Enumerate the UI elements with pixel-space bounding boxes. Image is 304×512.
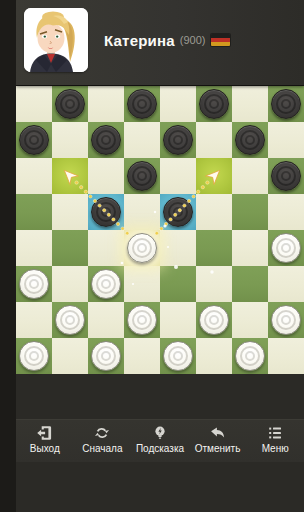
square-f6[interactable] <box>196 158 232 194</box>
square-a1[interactable] <box>16 338 52 374</box>
square-h3[interactable] <box>268 266 304 302</box>
white-checker[interactable] <box>19 269 49 299</box>
square-h8[interactable] <box>268 86 304 122</box>
player-rating: (900) <box>180 34 206 46</box>
black-checker[interactable] <box>199 89 229 119</box>
restart-label: Сначала <box>82 444 122 454</box>
black-checker[interactable] <box>55 89 85 119</box>
black-checker[interactable] <box>127 89 157 119</box>
square-b8[interactable] <box>52 86 88 122</box>
square-c3[interactable] <box>88 266 124 302</box>
undo-arrow-icon <box>209 425 226 441</box>
square-b5[interactable] <box>52 194 88 230</box>
undo-label: Отменить <box>195 444 241 454</box>
square-g3[interactable] <box>232 266 268 302</box>
square-b6[interactable] <box>52 158 88 194</box>
square-e6[interactable] <box>160 158 196 194</box>
hint-button[interactable]: Подсказка <box>131 420 189 462</box>
opponent-portrait <box>24 8 88 72</box>
black-checker[interactable] <box>163 197 193 227</box>
square-b4[interactable] <box>52 230 88 266</box>
square-f5[interactable] <box>196 194 232 230</box>
white-checker[interactable] <box>127 233 157 263</box>
square-a3[interactable] <box>16 266 52 302</box>
square-a6[interactable] <box>16 158 52 194</box>
square-e4[interactable] <box>160 230 196 266</box>
bottom-background <box>16 462 304 512</box>
restart-button[interactable]: Сначала <box>74 420 132 462</box>
black-checker[interactable] <box>271 161 301 191</box>
square-e8[interactable] <box>160 86 196 122</box>
square-f2[interactable] <box>196 302 232 338</box>
square-d8[interactable] <box>124 86 160 122</box>
exit-button[interactable]: Выход <box>16 420 74 462</box>
square-h6[interactable] <box>268 158 304 194</box>
white-checker[interactable] <box>271 305 301 335</box>
white-checker[interactable] <box>235 341 265 371</box>
square-c5[interactable] <box>88 194 124 230</box>
square-e7[interactable] <box>160 122 196 158</box>
square-a5[interactable] <box>16 194 52 230</box>
square-g6[interactable] <box>232 158 268 194</box>
square-a2[interactable] <box>16 302 52 338</box>
square-g2[interactable] <box>232 302 268 338</box>
square-f7[interactable] <box>196 122 232 158</box>
menu-label: Меню <box>262 444 289 454</box>
opponent-bar: Катерина (900) <box>16 0 304 85</box>
square-a4[interactable] <box>16 230 52 266</box>
square-h1[interactable] <box>268 338 304 374</box>
white-checker[interactable] <box>55 305 85 335</box>
exit-door-icon <box>36 425 53 441</box>
black-checker[interactable] <box>127 161 157 191</box>
square-c6[interactable] <box>88 158 124 194</box>
square-d7[interactable] <box>124 122 160 158</box>
black-checker[interactable] <box>91 125 121 155</box>
restart-icon <box>94 425 110 441</box>
white-checker[interactable] <box>19 341 49 371</box>
black-checker[interactable] <box>271 89 301 119</box>
black-checker[interactable] <box>235 125 265 155</box>
square-d5[interactable] <box>124 194 160 230</box>
square-c7[interactable] <box>88 122 124 158</box>
exit-label: Выход <box>30 444 60 454</box>
white-checker[interactable] <box>163 341 193 371</box>
square-f8[interactable] <box>196 86 232 122</box>
square-b2[interactable] <box>52 302 88 338</box>
square-c2[interactable] <box>88 302 124 338</box>
square-h4[interactable] <box>268 230 304 266</box>
square-d3[interactable] <box>124 266 160 302</box>
player-info: Катерина (900) <box>104 8 230 72</box>
square-d6[interactable] <box>124 158 160 194</box>
square-h2[interactable] <box>268 302 304 338</box>
square-c1[interactable] <box>88 338 124 374</box>
player-name: Катерина <box>104 32 175 49</box>
square-f1[interactable] <box>196 338 232 374</box>
square-g4[interactable] <box>232 230 268 266</box>
square-a8[interactable] <box>16 86 52 122</box>
white-checker[interactable] <box>199 305 229 335</box>
square-b7[interactable] <box>52 122 88 158</box>
square-h7[interactable] <box>268 122 304 158</box>
lightbulb-icon <box>152 425 168 441</box>
board-toolbar-gap <box>16 374 304 419</box>
square-e5[interactable] <box>160 194 196 230</box>
hint-label: Подсказка <box>136 444 184 454</box>
square-g7[interactable] <box>232 122 268 158</box>
app-screen: Катерина (900) Выход Сначала <box>16 0 304 512</box>
white-checker[interactable] <box>127 305 157 335</box>
square-c8[interactable] <box>88 86 124 122</box>
square-d4[interactable] <box>124 230 160 266</box>
white-checker[interactable] <box>91 269 121 299</box>
square-g8[interactable] <box>232 86 268 122</box>
undo-button[interactable]: Отменить <box>189 420 247 462</box>
black-checker[interactable] <box>163 125 193 155</box>
square-a7[interactable] <box>16 122 52 158</box>
square-e2[interactable] <box>160 302 196 338</box>
square-c4[interactable] <box>88 230 124 266</box>
square-g1[interactable] <box>232 338 268 374</box>
square-f3[interactable] <box>196 266 232 302</box>
square-e1[interactable] <box>160 338 196 374</box>
white-checker[interactable] <box>271 233 301 263</box>
toolbar: Выход Сначала Подсказка <box>16 419 304 462</box>
german-flag-icon <box>211 34 230 46</box>
square-e3[interactable] <box>160 266 196 302</box>
square-h5[interactable] <box>268 194 304 230</box>
black-checker[interactable] <box>91 197 121 227</box>
white-checker[interactable] <box>91 341 121 371</box>
square-b3[interactable] <box>52 266 88 302</box>
menu-button[interactable]: Меню <box>246 420 304 462</box>
black-checker[interactable] <box>19 125 49 155</box>
square-f4[interactable] <box>196 230 232 266</box>
square-d1[interactable] <box>124 338 160 374</box>
square-d2[interactable] <box>124 302 160 338</box>
square-g5[interactable] <box>232 194 268 230</box>
avatar[interactable] <box>24 8 88 72</box>
checkers-board[interactable] <box>16 85 304 374</box>
menu-list-icon <box>267 425 283 441</box>
square-b1[interactable] <box>52 338 88 374</box>
